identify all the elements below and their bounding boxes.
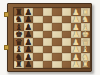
square-f6[interactable] (33, 23, 43, 31)
square-f3[interactable] (62, 23, 72, 31)
square-h4[interactable] (52, 8, 62, 16)
piece-white-queen[interactable]: ♛ (81, 38, 89, 46)
square-c1[interactable]: ♝ (81, 46, 91, 54)
piece-black-bishop[interactable]: ♝ (15, 46, 23, 54)
piece-black-bishop[interactable]: ♝ (15, 23, 23, 31)
square-e1[interactable]: ♚ (81, 31, 91, 39)
piece-black-pawn[interactable]: ♟ (24, 31, 32, 39)
square-b7[interactable]: ♟ (24, 53, 34, 61)
square-b1[interactable]: ♞ (81, 53, 91, 61)
piece-white-pawn[interactable]: ♟ (72, 38, 80, 46)
square-d5[interactable] (43, 38, 53, 46)
piece-black-rook[interactable]: ♜ (15, 61, 23, 69)
piece-black-queen[interactable]: ♛ (15, 38, 23, 46)
square-b6[interactable] (33, 53, 43, 61)
brass-hinge-bottom-icon (4, 45, 9, 50)
piece-white-pawn[interactable]: ♟ (72, 16, 80, 24)
piece-black-knight[interactable]: ♞ (15, 53, 23, 61)
piece-white-pawn[interactable]: ♟ (72, 31, 80, 39)
piece-black-pawn[interactable]: ♟ (24, 38, 32, 46)
piece-white-rook[interactable]: ♜ (81, 61, 89, 69)
square-h8[interactable]: ♜ (14, 8, 24, 16)
square-h1[interactable]: ♜ (81, 8, 91, 16)
square-d1[interactable]: ♛ (81, 38, 91, 46)
square-f8[interactable]: ♝ (14, 23, 24, 31)
square-f4[interactable] (52, 23, 62, 31)
square-c5[interactable] (43, 46, 53, 54)
square-d2[interactable]: ♟ (71, 38, 81, 46)
piece-white-king[interactable]: ♚ (81, 31, 89, 39)
square-g1[interactable]: ♞ (81, 16, 91, 24)
square-b2[interactable]: ♟ (71, 53, 81, 61)
square-a5[interactable] (43, 61, 53, 69)
square-e3[interactable] (62, 31, 72, 39)
square-d8[interactable]: ♛ (14, 38, 24, 46)
square-f1[interactable]: ♝ (81, 23, 91, 31)
square-h6[interactable] (33, 8, 43, 16)
chess-board[interactable]: ♜♟♟♜♞♟♟♞♝♟♟♝♚♟♟♚♛♟♟♛♝♟♟♝♞♟♟♞♜♟♟♜ (13, 7, 91, 69)
square-e5[interactable] (43, 31, 53, 39)
square-e4[interactable] (52, 31, 62, 39)
square-a8[interactable]: ♜ (14, 61, 24, 69)
square-d3[interactable] (62, 38, 72, 46)
board-frame: ♜♟♟♜♞♟♟♞♝♟♟♝♚♟♟♚♛♟♟♛♝♟♟♝♞♟♟♞♜♟♟♜ (7, 3, 92, 72)
piece-white-pawn[interactable]: ♟ (72, 8, 80, 16)
piece-black-pawn[interactable]: ♟ (24, 16, 32, 24)
square-h3[interactable] (62, 8, 72, 16)
square-d4[interactable] (52, 38, 62, 46)
piece-white-pawn[interactable]: ♟ (72, 61, 80, 69)
square-a6[interactable] (33, 61, 43, 69)
piece-black-king[interactable]: ♚ (15, 31, 23, 39)
square-f7[interactable]: ♟ (24, 23, 34, 31)
square-g8[interactable]: ♞ (14, 16, 24, 24)
piece-black-rook[interactable]: ♜ (15, 8, 23, 16)
square-a2[interactable]: ♟ (71, 61, 81, 69)
square-c2[interactable]: ♟ (71, 46, 81, 54)
square-e6[interactable] (33, 31, 43, 39)
piece-black-pawn[interactable]: ♟ (24, 53, 32, 61)
piece-white-bishop[interactable]: ♝ (81, 46, 89, 54)
square-b8[interactable]: ♞ (14, 53, 24, 61)
square-g4[interactable] (52, 16, 62, 24)
square-c4[interactable] (52, 46, 62, 54)
chessboard-photo: ♜♟♟♜♞♟♟♞♝♟♟♝♚♟♟♚♛♟♟♛♝♟♟♝♞♟♟♞♜♟♟♜ (0, 0, 100, 75)
piece-white-knight[interactable]: ♞ (81, 53, 89, 61)
piece-black-knight[interactable]: ♞ (15, 16, 23, 24)
square-g3[interactable] (62, 16, 72, 24)
square-e2[interactable]: ♟ (71, 31, 81, 39)
piece-black-pawn[interactable]: ♟ (24, 46, 32, 54)
piece-white-pawn[interactable]: ♟ (72, 46, 80, 54)
piece-black-pawn[interactable]: ♟ (24, 23, 32, 31)
square-b5[interactable] (43, 53, 53, 61)
square-c6[interactable] (33, 46, 43, 54)
square-a7[interactable]: ♟ (24, 61, 34, 69)
piece-white-pawn[interactable]: ♟ (72, 53, 80, 61)
square-a4[interactable] (52, 61, 62, 69)
square-d6[interactable] (33, 38, 43, 46)
square-g6[interactable] (33, 16, 43, 24)
square-c7[interactable]: ♟ (24, 46, 34, 54)
square-g2[interactable]: ♟ (71, 16, 81, 24)
square-a1[interactable]: ♜ (81, 61, 91, 69)
square-f5[interactable] (43, 23, 53, 31)
piece-white-pawn[interactable]: ♟ (72, 23, 80, 31)
square-a3[interactable] (62, 61, 72, 69)
piece-white-knight[interactable]: ♞ (81, 16, 89, 24)
square-g5[interactable] (43, 16, 53, 24)
square-h5[interactable] (43, 8, 53, 16)
square-b3[interactable] (62, 53, 72, 61)
brass-hinge-top-icon (4, 12, 9, 17)
square-e8[interactable]: ♚ (14, 31, 24, 39)
square-g7[interactable]: ♟ (24, 16, 34, 24)
square-e7[interactable]: ♟ (24, 31, 34, 39)
square-b4[interactable] (52, 53, 62, 61)
piece-black-pawn[interactable]: ♟ (24, 8, 32, 16)
piece-white-rook[interactable]: ♜ (81, 8, 89, 16)
square-h2[interactable]: ♟ (71, 8, 81, 16)
piece-white-bishop[interactable]: ♝ (81, 23, 89, 31)
square-c3[interactable] (62, 46, 72, 54)
square-d7[interactable]: ♟ (24, 38, 34, 46)
square-f2[interactable]: ♟ (71, 23, 81, 31)
piece-black-pawn[interactable]: ♟ (24, 61, 32, 69)
square-h7[interactable]: ♟ (24, 8, 34, 16)
square-c8[interactable]: ♝ (14, 46, 24, 54)
